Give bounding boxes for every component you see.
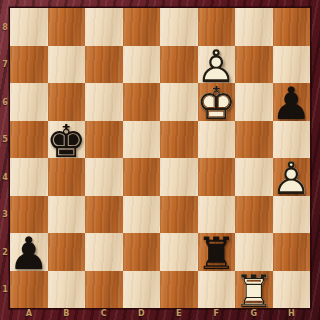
piece-black-king-b5[interactable]: ♚ <box>48 121 86 159</box>
black-rook-icon: ♜ <box>198 235 236 273</box>
file-label-a: A <box>22 309 36 318</box>
square-e6[interactable] <box>160 83 198 121</box>
square-a6[interactable] <box>10 83 48 121</box>
square-c2[interactable] <box>85 233 123 271</box>
square-f2[interactable]: ♜ <box>198 233 236 271</box>
white-pawn-outline-icon: ♙ <box>273 160 311 198</box>
rank-label-1: 1 <box>0 285 10 294</box>
square-e4[interactable] <box>160 158 198 196</box>
file-label-g: G <box>247 309 261 318</box>
square-h6[interactable]: ♟ <box>273 83 311 121</box>
square-g3[interactable] <box>235 196 273 234</box>
square-e8[interactable] <box>160 8 198 46</box>
square-d1[interactable] <box>123 271 161 309</box>
square-a8[interactable] <box>10 8 48 46</box>
square-h2[interactable] <box>273 233 311 271</box>
square-f6[interactable]: ♚♔ <box>198 83 236 121</box>
square-c7[interactable] <box>85 46 123 84</box>
square-a1[interactable] <box>10 271 48 309</box>
square-e5[interactable] <box>160 121 198 159</box>
square-g4[interactable] <box>235 158 273 196</box>
piece-white-pawn-h4[interactable]: ♟♙ <box>273 158 311 196</box>
file-label-f: F <box>209 309 223 318</box>
rank-label-5: 5 <box>0 135 10 144</box>
file-label-d: D <box>134 309 148 318</box>
chess-board: ♟♙♚♔♟♚♟♙♟♜♜♖ <box>10 8 310 308</box>
black-pawn-icon: ♟ <box>273 85 311 123</box>
chess-board-frame: ♟♙♚♔♟♚♟♙♟♜♜♖ 87654321 ABCDEFGH <box>0 0 320 320</box>
square-a2[interactable]: ♟ <box>10 233 48 271</box>
square-b1[interactable] <box>48 271 86 309</box>
square-f4[interactable] <box>198 158 236 196</box>
square-f5[interactable] <box>198 121 236 159</box>
rank-label-6: 6 <box>0 97 10 106</box>
square-d8[interactable] <box>123 8 161 46</box>
rank-label-3: 3 <box>0 210 10 219</box>
square-g5[interactable] <box>235 121 273 159</box>
black-king-icon: ♚ <box>48 123 86 161</box>
square-d3[interactable] <box>123 196 161 234</box>
rank-label-2: 2 <box>0 247 10 256</box>
square-a5[interactable] <box>10 121 48 159</box>
piece-white-king-f6[interactable]: ♚♔ <box>198 83 236 121</box>
square-e2[interactable] <box>160 233 198 271</box>
square-e1[interactable] <box>160 271 198 309</box>
white-rook-outline-icon: ♖ <box>235 273 273 311</box>
square-c5[interactable] <box>85 121 123 159</box>
piece-white-rook-g1[interactable]: ♜♖ <box>235 271 273 309</box>
square-h1[interactable] <box>273 271 311 309</box>
square-b8[interactable] <box>48 8 86 46</box>
square-b2[interactable] <box>48 233 86 271</box>
file-label-h: H <box>284 309 298 318</box>
square-g8[interactable] <box>235 8 273 46</box>
black-pawn-icon: ♟ <box>10 235 48 273</box>
square-d7[interactable] <box>123 46 161 84</box>
piece-black-rook-f2[interactable]: ♜ <box>198 233 236 271</box>
square-g1[interactable]: ♜♖ <box>235 271 273 309</box>
square-c1[interactable] <box>85 271 123 309</box>
square-b7[interactable] <box>48 46 86 84</box>
rank-label-8: 8 <box>0 22 10 31</box>
square-c8[interactable] <box>85 8 123 46</box>
square-c4[interactable] <box>85 158 123 196</box>
square-d4[interactable] <box>123 158 161 196</box>
piece-black-pawn-h6[interactable]: ♟ <box>273 83 311 121</box>
square-c6[interactable] <box>85 83 123 121</box>
square-f1[interactable] <box>198 271 236 309</box>
square-a4[interactable] <box>10 158 48 196</box>
square-d5[interactable] <box>123 121 161 159</box>
square-h4[interactable]: ♟♙ <box>273 158 311 196</box>
square-e3[interactable] <box>160 196 198 234</box>
square-e7[interactable] <box>160 46 198 84</box>
white-king-outline-icon: ♔ <box>198 85 236 123</box>
square-c3[interactable] <box>85 196 123 234</box>
rank-label-7: 7 <box>0 60 10 69</box>
piece-black-pawn-a2[interactable]: ♟ <box>10 233 48 271</box>
square-a7[interactable] <box>10 46 48 84</box>
file-label-b: B <box>59 309 73 318</box>
square-g7[interactable] <box>235 46 273 84</box>
square-b4[interactable] <box>48 158 86 196</box>
file-label-e: E <box>172 309 186 318</box>
square-g6[interactable] <box>235 83 273 121</box>
square-b5[interactable]: ♚ <box>48 121 86 159</box>
square-b3[interactable] <box>48 196 86 234</box>
rank-label-4: 4 <box>0 172 10 181</box>
square-d2[interactable] <box>123 233 161 271</box>
square-h8[interactable] <box>273 8 311 46</box>
square-d6[interactable] <box>123 83 161 121</box>
file-label-c: C <box>97 309 111 318</box>
square-h3[interactable] <box>273 196 311 234</box>
